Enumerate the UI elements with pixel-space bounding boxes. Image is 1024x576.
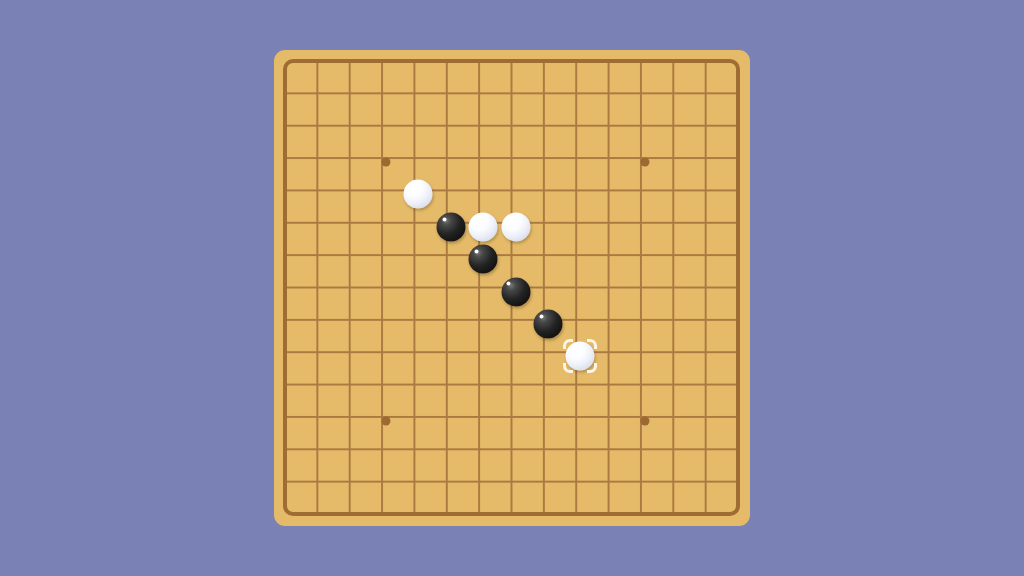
white-stone bbox=[501, 212, 530, 241]
black-stone bbox=[469, 245, 498, 274]
board-grid[interactable] bbox=[283, 59, 740, 516]
go-board[interactable] bbox=[274, 50, 750, 526]
black-stone bbox=[501, 277, 530, 306]
white-stone bbox=[566, 342, 595, 371]
white-stone bbox=[469, 212, 498, 241]
star-point bbox=[640, 416, 649, 425]
star-point bbox=[382, 416, 391, 425]
white-stone bbox=[404, 180, 433, 209]
app-background: { "game": "gomoku-five-in-a-row-on-15x15… bbox=[0, 0, 1024, 576]
black-stone bbox=[436, 212, 465, 241]
black-stone bbox=[533, 309, 562, 338]
star-point bbox=[382, 158, 391, 167]
star-point bbox=[640, 158, 649, 167]
